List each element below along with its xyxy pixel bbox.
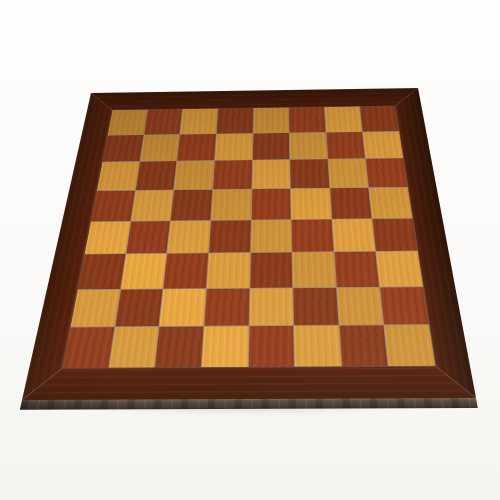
square-d8[interactable]: [217, 108, 253, 133]
square-d6[interactable]: [213, 160, 252, 189]
square-e4[interactable]: [251, 220, 292, 253]
photo-background: [0, 0, 500, 500]
square-h1[interactable]: [385, 325, 436, 366]
square-b1[interactable]: [109, 327, 159, 367]
square-h3[interactable]: [376, 251, 423, 286]
square-g5[interactable]: [330, 188, 372, 219]
square-c6[interactable]: [174, 161, 214, 190]
square-d3[interactable]: [207, 253, 250, 288]
square-c5[interactable]: [171, 190, 212, 220]
square-e5[interactable]: [251, 189, 290, 220]
square-c3[interactable]: [164, 253, 208, 288]
square-a2[interactable]: [71, 289, 120, 326]
square-c7[interactable]: [177, 134, 215, 161]
square-h2[interactable]: [380, 287, 429, 325]
square-g8[interactable]: [325, 107, 363, 132]
square-f6[interactable]: [290, 159, 329, 188]
square-e3[interactable]: [250, 253, 292, 288]
square-f2[interactable]: [293, 288, 338, 326]
square-d1[interactable]: [202, 327, 248, 368]
square-a8[interactable]: [108, 110, 147, 135]
square-f7[interactable]: [290, 132, 328, 159]
square-f4[interactable]: [292, 219, 334, 252]
square-d7[interactable]: [215, 133, 252, 160]
square-f1[interactable]: [294, 326, 341, 367]
square-a5[interactable]: [91, 191, 135, 221]
square-d2[interactable]: [204, 288, 249, 326]
square-b7[interactable]: [140, 134, 179, 161]
square-b4[interactable]: [126, 221, 170, 254]
square-h8[interactable]: [360, 106, 399, 131]
square-e1[interactable]: [248, 326, 294, 367]
square-f3[interactable]: [292, 252, 335, 287]
square-b3[interactable]: [121, 254, 167, 289]
square-c2[interactable]: [160, 289, 206, 327]
square-a7[interactable]: [103, 135, 144, 162]
square-f5[interactable]: [291, 188, 331, 219]
square-a3[interactable]: [78, 254, 125, 289]
square-c1[interactable]: [155, 327, 203, 367]
square-e8[interactable]: [253, 108, 289, 133]
square-g6[interactable]: [328, 159, 368, 188]
board-surface: [22, 88, 476, 400]
square-e6[interactable]: [252, 160, 290, 189]
square-a4[interactable]: [85, 221, 130, 254]
square-g4[interactable]: [332, 219, 375, 252]
square-h6[interactable]: [366, 158, 408, 187]
square-e7[interactable]: [253, 133, 290, 160]
square-e2[interactable]: [249, 288, 293, 326]
chessboard: [20, 88, 478, 410]
square-d5[interactable]: [211, 189, 251, 220]
square-c8[interactable]: [180, 109, 217, 134]
square-g1[interactable]: [339, 326, 388, 367]
square-g2[interactable]: [337, 287, 384, 325]
square-a1[interactable]: [63, 328, 114, 368]
square-a6[interactable]: [97, 162, 139, 191]
square-g7[interactable]: [326, 132, 365, 159]
square-c4[interactable]: [167, 220, 210, 253]
square-b8[interactable]: [144, 109, 182, 134]
square-f8[interactable]: [289, 107, 325, 132]
square-b2[interactable]: [115, 289, 163, 327]
board-grid: [62, 105, 437, 368]
board-edge-strip: [20, 398, 478, 410]
square-b6[interactable]: [136, 161, 177, 190]
square-g3[interactable]: [334, 252, 379, 287]
square-h5[interactable]: [369, 187, 412, 218]
square-d4[interactable]: [209, 220, 250, 253]
square-h4[interactable]: [373, 218, 418, 251]
square-h7[interactable]: [363, 131, 403, 158]
square-b5[interactable]: [131, 190, 173, 220]
